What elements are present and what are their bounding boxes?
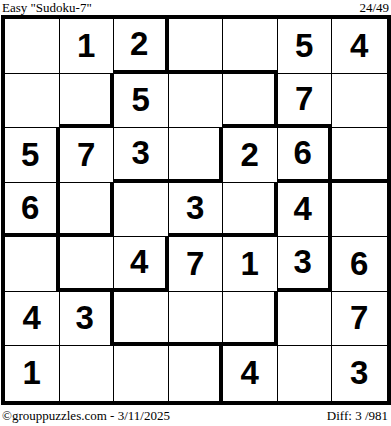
cell-r7c1[interactable]: 1 [5, 346, 60, 401]
cell-r5c1[interactable] [5, 237, 60, 292]
cell-r3c5[interactable]: 2 [223, 128, 278, 183]
cell-r5c2[interactable] [60, 237, 115, 292]
cell-r7c4[interactable] [169, 346, 224, 401]
cell-r7c7[interactable]: 3 [332, 346, 387, 401]
cell-r5c7[interactable]: 6 [332, 237, 387, 292]
cell-r6c7[interactable]: 7 [332, 292, 387, 347]
cell-r6c3[interactable] [114, 292, 169, 347]
puzzle-title: Easy "Sudoku-7" [2, 1, 92, 14]
sudoku-grid: 1254575732663447136437143 [1, 15, 391, 405]
cell-r5c3[interactable]: 4 [114, 237, 169, 292]
cell-r3c2[interactable]: 7 [60, 128, 115, 183]
cell-r3c1[interactable]: 5 [5, 128, 60, 183]
cell-r2c6[interactable]: 7 [278, 74, 333, 129]
cell-r4c1[interactable]: 6 [5, 183, 60, 238]
cell-r4c4[interactable]: 3 [169, 183, 224, 238]
cell-r4c7[interactable] [332, 183, 387, 238]
cell-r7c3[interactable] [114, 346, 169, 401]
cell-r4c6[interactable]: 4 [278, 183, 333, 238]
cell-r4c2[interactable] [60, 183, 115, 238]
cell-r2c4[interactable] [169, 74, 224, 129]
cell-r5c5[interactable]: 1 [223, 237, 278, 292]
cell-r2c2[interactable] [60, 74, 115, 129]
cell-r1c5[interactable] [223, 19, 278, 74]
cell-r3c3[interactable]: 3 [114, 128, 169, 183]
cell-r2c1[interactable] [5, 74, 60, 129]
cell-r2c5[interactable] [223, 74, 278, 129]
footer: ©grouppuzzles.com - 3/11/2025 Diff: 3 /9… [0, 405, 391, 423]
cell-r5c4[interactable]: 7 [169, 237, 224, 292]
header: Easy "Sudoku-7" 24/49 [0, 0, 391, 15]
cell-r1c2[interactable]: 1 [60, 19, 115, 74]
cell-r7c6[interactable] [278, 346, 333, 401]
cell-r3c4[interactable] [169, 128, 224, 183]
cell-r4c3[interactable] [114, 183, 169, 238]
cell-r2c3[interactable]: 5 [114, 74, 169, 129]
cell-r2c7[interactable] [332, 74, 387, 129]
puzzle-page: Easy "Sudoku-7" 24/49 125457573266344713… [0, 0, 391, 426]
difficulty-text: Diff: 3 /981 [327, 409, 388, 423]
cell-r6c1[interactable]: 4 [5, 292, 60, 347]
cell-r5c6[interactable]: 3 [278, 237, 333, 292]
cell-r3c6[interactable]: 6 [278, 128, 333, 183]
cell-r1c1[interactable] [5, 19, 60, 74]
cell-r1c3[interactable]: 2 [114, 19, 169, 74]
cell-r6c5[interactable] [223, 292, 278, 347]
cell-r7c5[interactable]: 4 [223, 346, 278, 401]
cell-r3c7[interactable] [332, 128, 387, 183]
cell-r7c2[interactable] [60, 346, 115, 401]
cell-r1c4[interactable] [169, 19, 224, 74]
cell-r4c5[interactable] [223, 183, 278, 238]
copyright-text: ©grouppuzzles.com - 3/11/2025 [2, 409, 170, 423]
cell-r1c6[interactable]: 5 [278, 19, 333, 74]
cell-r6c4[interactable] [169, 292, 224, 347]
cell-r6c2[interactable]: 3 [60, 292, 115, 347]
cell-r1c7[interactable]: 4 [332, 19, 387, 74]
cell-r6c6[interactable] [278, 292, 333, 347]
clue-counter: 24/49 [359, 1, 389, 14]
